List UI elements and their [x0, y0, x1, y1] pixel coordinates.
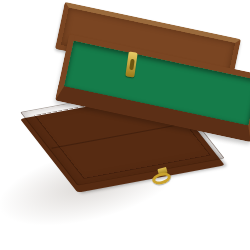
- product-photo-scene: [0, 0, 250, 250]
